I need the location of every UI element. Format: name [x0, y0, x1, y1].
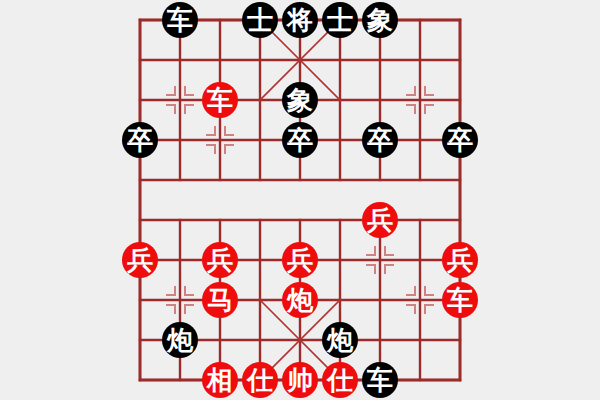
piece-black-general[interactable]: 将: [282, 2, 318, 38]
piece-black-chariot[interactable]: 车: [162, 2, 198, 38]
piece-red-elephant[interactable]: 相: [202, 362, 238, 398]
piece-black-elephant[interactable]: 象: [282, 82, 318, 118]
piece-red-soldier[interactable]: 兵: [202, 242, 238, 278]
xiangqi-board[interactable]: 车士将士象车象卒卒卒卒兵兵兵兵兵马炮车炮炮相仕帅仕车: [140, 20, 460, 380]
piece-black-cannon[interactable]: 炮: [162, 322, 198, 358]
piece-red-advisor[interactable]: 仕: [242, 362, 278, 398]
piece-black-soldier[interactable]: 卒: [362, 122, 398, 158]
piece-red-horse[interactable]: 马: [202, 282, 238, 318]
piece-red-chariot[interactable]: 车: [442, 282, 478, 318]
piece-red-cannon[interactable]: 炮: [282, 282, 318, 318]
piece-red-soldier[interactable]: 兵: [362, 202, 398, 238]
piece-red-chariot[interactable]: 车: [202, 82, 238, 118]
piece-red-soldier[interactable]: 兵: [122, 242, 158, 278]
piece-red-advisor[interactable]: 仕: [322, 362, 358, 398]
pieces-layer: 车士将士象车象卒卒卒卒兵兵兵兵兵马炮车炮炮相仕帅仕车: [140, 20, 460, 380]
piece-black-advisor[interactable]: 士: [242, 2, 278, 38]
piece-black-chariot[interactable]: 车: [362, 362, 398, 398]
piece-black-soldier[interactable]: 卒: [122, 122, 158, 158]
app-background: 车士将士象车象卒卒卒卒兵兵兵兵兵马炮车炮炮相仕帅仕车: [0, 0, 600, 400]
piece-black-elephant[interactable]: 象: [362, 2, 398, 38]
piece-black-cannon[interactable]: 炮: [322, 322, 358, 358]
piece-black-advisor[interactable]: 士: [322, 2, 358, 38]
piece-black-soldier[interactable]: 卒: [282, 122, 318, 158]
piece-red-soldier[interactable]: 兵: [442, 242, 478, 278]
piece-red-soldier[interactable]: 兵: [282, 242, 318, 278]
piece-black-soldier[interactable]: 卒: [442, 122, 478, 158]
piece-red-general[interactable]: 帅: [282, 362, 318, 398]
